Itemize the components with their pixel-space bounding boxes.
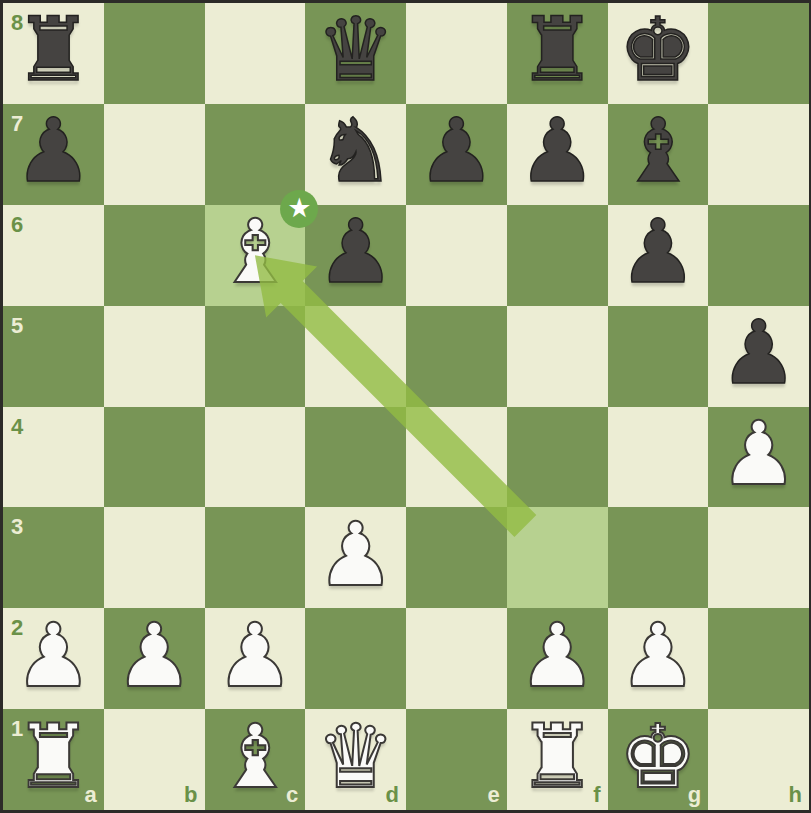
square-e7[interactable]: ♟ (406, 104, 507, 205)
square-e2[interactable] (406, 608, 507, 709)
square-e1[interactable]: e (406, 709, 507, 810)
chess-board: 8♜♛♜♚7♟♞♟♟♝6♝♟♟5♟4♟3♟2♟♟♟♟♟1a♜bc♝d♛ef♜g♚… (3, 3, 809, 810)
white-pawn-f2[interactable]: ♟ (518, 612, 597, 700)
white-king-g1[interactable]: ♚ (618, 713, 697, 801)
black-bishop-g7[interactable]: ♝ (618, 107, 697, 195)
square-g7[interactable]: ♝ (608, 104, 709, 205)
square-h8[interactable] (708, 3, 809, 104)
square-a6[interactable]: 6 (3, 205, 104, 306)
square-c6[interactable]: ♝ (205, 205, 306, 306)
black-rook-a8[interactable]: ♜ (14, 6, 93, 94)
square-b2[interactable]: ♟ (104, 608, 205, 709)
white-pawn-h4[interactable]: ♟ (719, 410, 798, 498)
black-knight-d7[interactable]: ♞ (316, 107, 395, 195)
square-b3[interactable] (104, 507, 205, 608)
white-bishop-c1[interactable]: ♝ (215, 713, 294, 801)
square-f4[interactable] (507, 407, 608, 508)
square-b8[interactable] (104, 3, 205, 104)
white-pawn-b2[interactable]: ♟ (115, 612, 194, 700)
file-label-e: e (488, 784, 500, 806)
square-d1[interactable]: d♛ (305, 709, 406, 810)
square-c3[interactable] (205, 507, 306, 608)
square-e4[interactable] (406, 407, 507, 508)
square-f3[interactable] (507, 507, 608, 608)
black-pawn-g6[interactable]: ♟ (618, 208, 697, 296)
square-a8[interactable]: 8♜ (3, 3, 104, 104)
square-f2[interactable]: ♟ (507, 608, 608, 709)
square-h2[interactable] (708, 608, 809, 709)
square-f5[interactable] (507, 306, 608, 407)
square-e8[interactable] (406, 3, 507, 104)
black-pawn-h5[interactable]: ♟ (719, 309, 798, 397)
square-c8[interactable] (205, 3, 306, 104)
square-a4[interactable]: 4 (3, 407, 104, 508)
square-d8[interactable]: ♛ (305, 3, 406, 104)
square-b4[interactable] (104, 407, 205, 508)
white-pawn-c2[interactable]: ♟ (215, 612, 294, 700)
white-rook-a1[interactable]: ♜ (14, 713, 93, 801)
white-pawn-a2[interactable]: ♟ (14, 612, 93, 700)
square-d5[interactable] (305, 306, 406, 407)
square-h4[interactable]: ♟ (708, 407, 809, 508)
square-f7[interactable]: ♟ (507, 104, 608, 205)
square-d2[interactable] (305, 608, 406, 709)
rank-label-5: 5 (11, 315, 23, 337)
square-h6[interactable] (708, 205, 809, 306)
square-d4[interactable] (305, 407, 406, 508)
rank-label-3: 3 (11, 516, 23, 538)
square-g1[interactable]: g♚ (608, 709, 709, 810)
black-pawn-e7[interactable]: ♟ (417, 107, 496, 195)
black-king-g8[interactable]: ♚ (618, 6, 697, 94)
square-c2[interactable]: ♟ (205, 608, 306, 709)
square-f6[interactable] (507, 205, 608, 306)
square-g5[interactable] (608, 306, 709, 407)
square-g4[interactable] (608, 407, 709, 508)
square-b1[interactable]: b (104, 709, 205, 810)
square-c1[interactable]: c♝ (205, 709, 306, 810)
square-g8[interactable]: ♚ (608, 3, 709, 104)
square-a5[interactable]: 5 (3, 306, 104, 407)
black-pawn-d6[interactable]: ♟ (316, 208, 395, 296)
square-a3[interactable]: 3 (3, 507, 104, 608)
square-g3[interactable] (608, 507, 709, 608)
white-rook-f1[interactable]: ♜ (518, 713, 597, 801)
black-pawn-f7[interactable]: ♟ (518, 107, 597, 195)
square-e5[interactable] (406, 306, 507, 407)
square-d6[interactable]: ♟ (305, 205, 406, 306)
square-h7[interactable] (708, 104, 809, 205)
black-queen-d8[interactable]: ♛ (316, 6, 395, 94)
square-b5[interactable] (104, 306, 205, 407)
rank-label-4: 4 (11, 416, 23, 438)
square-c7[interactable] (205, 104, 306, 205)
square-f8[interactable]: ♜ (507, 3, 608, 104)
square-a1[interactable]: 1a♜ (3, 709, 104, 810)
square-d7[interactable]: ♞ (305, 104, 406, 205)
square-b7[interactable] (104, 104, 205, 205)
square-d3[interactable]: ♟ (305, 507, 406, 608)
black-pawn-a7[interactable]: ♟ (14, 107, 93, 195)
square-c5[interactable] (205, 306, 306, 407)
black-rook-f8[interactable]: ♜ (518, 6, 597, 94)
white-queen-d1[interactable]: ♛ (316, 713, 395, 801)
file-label-b: b (184, 784, 197, 806)
highlight-f3 (507, 507, 608, 608)
square-g2[interactable]: ♟ (608, 608, 709, 709)
chess-board-stage: 8♜♛♜♚7♟♞♟♟♝6♝♟♟5♟4♟3♟2♟♟♟♟♟1a♜bc♝d♛ef♜g♚… (0, 0, 811, 813)
square-h5[interactable]: ♟ (708, 306, 809, 407)
square-g6[interactable]: ♟ (608, 205, 709, 306)
file-label-h: h (789, 784, 802, 806)
white-bishop-c6[interactable]: ♝ (215, 208, 294, 296)
white-pawn-d3[interactable]: ♟ (316, 511, 395, 599)
square-a7[interactable]: 7♟ (3, 104, 104, 205)
white-pawn-g2[interactable]: ♟ (618, 612, 697, 700)
square-e6[interactable] (406, 205, 507, 306)
rank-label-6: 6 (11, 214, 23, 236)
square-f1[interactable]: f♜ (507, 709, 608, 810)
square-h1[interactable]: h (708, 709, 809, 810)
square-e3[interactable] (406, 507, 507, 608)
square-b6[interactable] (104, 205, 205, 306)
square-c4[interactable] (205, 407, 306, 508)
square-a2[interactable]: 2♟ (3, 608, 104, 709)
square-h3[interactable] (708, 507, 809, 608)
